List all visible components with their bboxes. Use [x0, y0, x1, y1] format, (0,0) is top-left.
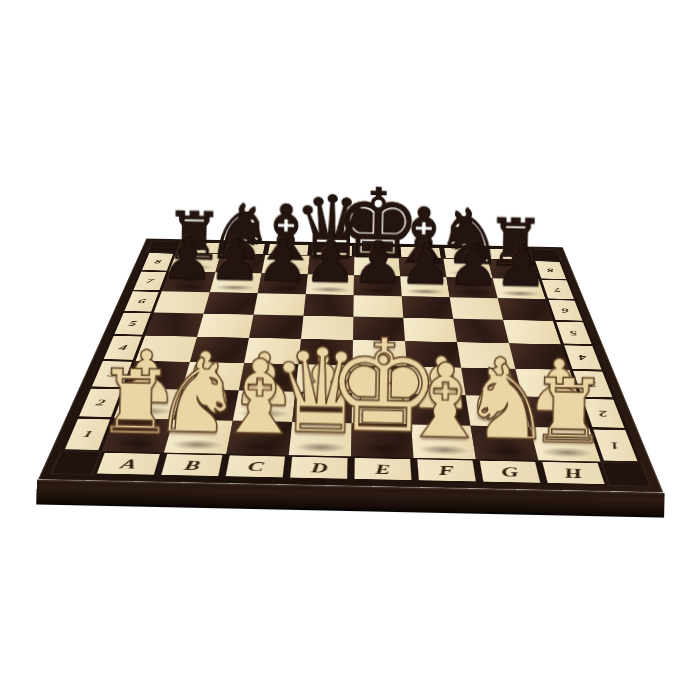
- rank-number: 5: [569, 329, 579, 336]
- file-letter: H: [562, 466, 584, 480]
- rank-label-left-5: 5: [111, 312, 154, 336]
- square-a6[interactable]: [154, 291, 210, 313]
- file-label-far-b: B: [221, 243, 268, 255]
- square-c7[interactable]: ♟: [258, 273, 308, 294]
- file-label-far-g: G: [442, 247, 488, 259]
- square-a7[interactable]: ♟: [162, 271, 216, 292]
- label-tile: 6: [549, 300, 583, 321]
- file-letter: C: [247, 460, 264, 474]
- file-letter: B: [238, 245, 250, 252]
- file-label-far-d: D: [310, 244, 355, 256]
- label-tile: B: [161, 454, 222, 476]
- label-tile: A: [179, 242, 221, 253]
- label-tile: H: [488, 249, 530, 260]
- brass-clasp-left: [140, 478, 158, 510]
- file-letter: D: [310, 461, 328, 475]
- square-c6[interactable]: [254, 293, 306, 315]
- perspective-scene: ABCDEFGH8♜♞♝♛♚♝♞♜87♟♟♟♟♟♟♟♟7665544332♟♟♟…: [0, 0, 700, 700]
- square-g5[interactable]: [453, 319, 509, 343]
- rank-number: 7: [146, 278, 155, 284]
- rank-label-right-7: 7: [539, 279, 577, 300]
- frame-corner: [50, 451, 101, 475]
- square-d7[interactable]: ♟: [306, 274, 354, 295]
- file-letter: B: [183, 458, 202, 471]
- square-h7[interactable]: ♟: [493, 278, 546, 299]
- square-a5[interactable]: [145, 313, 204, 337]
- piece-white-rook[interactable]: ♜: [528, 366, 609, 456]
- file-label-far-e: E: [354, 245, 399, 257]
- label-tile: C: [268, 244, 308, 255]
- rank-number: 8: [546, 267, 555, 273]
- piece-black-pawn[interactable]: ♟: [447, 235, 501, 295]
- file-label-far-f: F: [398, 246, 443, 258]
- file-label-near-b: B: [157, 453, 226, 478]
- file-letter: E: [375, 462, 391, 476]
- label-tile: B: [223, 243, 264, 254]
- rank-number: 6: [137, 298, 147, 304]
- square-b7[interactable]: ♟: [210, 272, 262, 293]
- label-tile: 5: [114, 313, 150, 335]
- rank-number: 7: [553, 286, 562, 292]
- file-label-far-c: C: [265, 244, 311, 256]
- square-h5[interactable]: [503, 320, 561, 345]
- file-label-far-h: H: [485, 248, 532, 260]
- label-tile: F: [417, 459, 476, 481]
- square-h1[interactable]: ♜: [530, 427, 601, 462]
- rank-number: 1: [82, 429, 95, 439]
- brass-clasp-right: [517, 486, 535, 518]
- piece-black-pawn[interactable]: ♟: [208, 230, 262, 290]
- rank-number: 6: [561, 307, 570, 313]
- label-tile: 5: [556, 322, 591, 344]
- label-tile: 6: [124, 291, 158, 311]
- file-letter: H: [501, 251, 515, 258]
- label-tile: E: [357, 246, 396, 257]
- file-label-near-e: E: [351, 457, 416, 482]
- rank-number: 8: [154, 259, 163, 264]
- box-front-panel: [36, 479, 664, 517]
- frame-corner: [601, 462, 651, 487]
- file-label-near-f: F: [414, 458, 480, 483]
- label-tile: C: [226, 455, 285, 477]
- label-tile: E: [355, 458, 412, 480]
- square-f7[interactable]: ♟: [400, 276, 449, 297]
- file-letter: F: [438, 463, 455, 477]
- file-letter: A: [194, 245, 207, 252]
- rank-label-right-5: 5: [553, 321, 595, 345]
- file-label-near-h: H: [538, 461, 608, 486]
- square-b6[interactable]: [204, 292, 258, 314]
- chessboard: ABCDEFGH8♜♞♝♛♚♝♞♜87♟♟♟♟♟♟♟♟7665544332♟♟♟…: [38, 238, 663, 492]
- file-letter: G: [458, 250, 471, 257]
- label-tile: D: [312, 245, 352, 256]
- file-label-near-g: G: [476, 459, 544, 484]
- label-tile: G: [480, 461, 540, 483]
- file-label-near-c: C: [222, 454, 289, 479]
- file-letter: F: [415, 249, 426, 256]
- piece-black-pawn[interactable]: ♟: [304, 232, 358, 292]
- square-g7[interactable]: ♟: [446, 277, 497, 298]
- file-letter: C: [282, 246, 294, 253]
- chess-set-photo: ABCDEFGH8♜♞♝♛♚♝♞♜87♟♟♟♟♟♟♟♟7665544332♟♟♟…: [0, 0, 700, 700]
- label-tile: 7: [542, 280, 574, 299]
- square-e7[interactable]: ♟: [354, 275, 402, 296]
- file-label-near-a: A: [93, 451, 164, 476]
- rank-label-right-6: 6: [546, 299, 586, 321]
- label-tile: G: [444, 248, 485, 259]
- file-letter: D: [326, 247, 338, 254]
- label-tile: F: [401, 247, 441, 258]
- file-label-far-a: A: [176, 242, 224, 254]
- rank-number: 5: [128, 320, 138, 327]
- label-tile: D: [290, 457, 347, 479]
- label-tile: H: [542, 462, 604, 484]
- piece-black-pawn[interactable]: ♟: [399, 234, 453, 294]
- square-g6[interactable]: [450, 297, 503, 320]
- square-b5[interactable]: [197, 314, 254, 338]
- file-letter: E: [371, 248, 382, 255]
- label-tile: 8: [535, 261, 566, 279]
- rank-label-left-6: 6: [121, 291, 162, 313]
- file-letter: A: [119, 457, 139, 470]
- file-letter: G: [500, 465, 520, 479]
- file-label-near-d: D: [286, 455, 351, 480]
- piece-black-pawn[interactable]: ♟: [256, 231, 310, 291]
- rank-number: 1: [609, 440, 621, 450]
- label-tile: A: [97, 453, 160, 475]
- piece-black-pawn[interactable]: ♟: [351, 233, 405, 293]
- square-h6[interactable]: [498, 298, 553, 321]
